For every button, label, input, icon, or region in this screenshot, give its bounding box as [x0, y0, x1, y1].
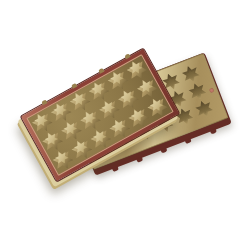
back-mold-foot	[210, 129, 217, 135]
back-mold-foot	[185, 138, 192, 144]
star-cavity-floor	[165, 76, 178, 88]
front-mold-foot	[41, 99, 47, 105]
star-cavity-floor	[185, 68, 198, 80]
back-mold-foot	[111, 166, 118, 172]
front-mold-foot	[71, 83, 77, 89]
star-cavity-floor	[198, 103, 211, 115]
back-mold-foot	[161, 147, 168, 153]
star-cavity	[186, 80, 209, 102]
product-photo-scene	[0, 0, 240, 240]
star-cavity	[193, 98, 216, 120]
star-cavity-floor	[178, 111, 191, 123]
star-cavity-floor	[191, 86, 204, 98]
back-mold-foot	[136, 157, 143, 163]
front-mold-foot	[98, 68, 104, 74]
star-cavity	[179, 63, 202, 85]
injection-dot	[209, 88, 214, 93]
front-mold-foot	[125, 53, 131, 59]
